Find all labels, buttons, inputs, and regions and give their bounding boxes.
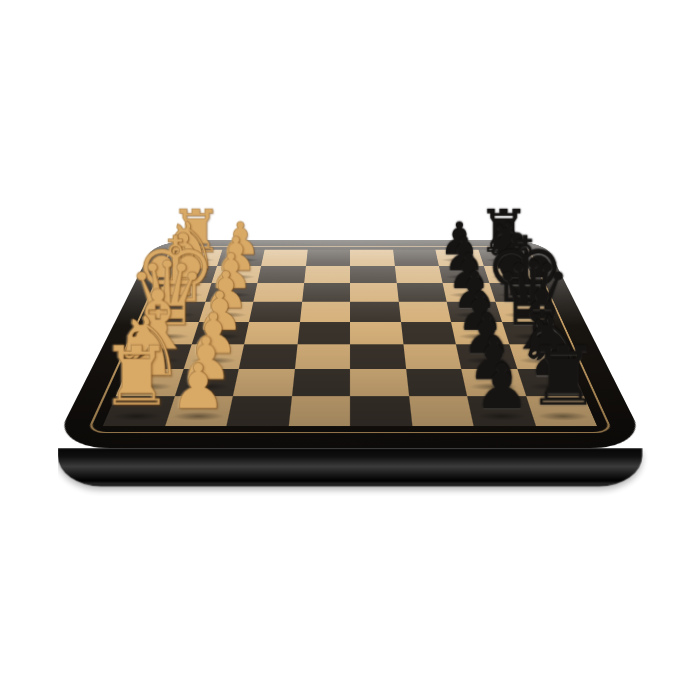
- chess-board-3d: ♜♞♝♛♚♝♞♜♟♟♟♟♟♟♟♟♟♟♟♟♟♟♟♟♜♞♝♛♚♝♞♜: [51, 240, 648, 448]
- photo-background: ♜♞♝♛♚♝♞♜♟♟♟♟♟♟♟♟♟♟♟♟♟♟♟♟♜♞♝♛♚♝♞♜: [0, 0, 700, 700]
- piece-white-rook[interactable]: ♜: [96, 336, 178, 418]
- piece-black-rook[interactable]: ♜: [522, 336, 604, 418]
- piece-black-pawn[interactable]: ♟: [471, 355, 534, 418]
- board-front-edge: [58, 448, 642, 486]
